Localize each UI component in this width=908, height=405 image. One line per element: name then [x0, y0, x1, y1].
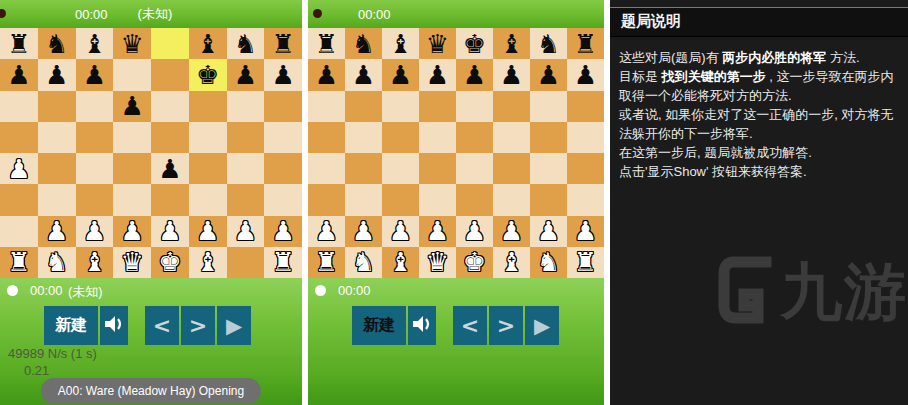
- square-a5[interactable]: [0, 122, 38, 153]
- square-f6[interactable]: [493, 91, 530, 122]
- white-pawn[interactable]: ♟: [537, 218, 560, 244]
- new-game-button[interactable]: 新建: [44, 306, 98, 345]
- square-g3[interactable]: [530, 184, 567, 215]
- square-g1[interactable]: ♞: [530, 247, 567, 278]
- square-d8[interactable]: ♛: [113, 28, 151, 59]
- white-pawn[interactable]: ♟: [271, 218, 294, 244]
- square-h2[interactable]: ♟: [264, 216, 302, 247]
- square-b1[interactable]: ♞: [345, 247, 382, 278]
- white-rook[interactable]: ♜: [574, 249, 597, 275]
- square-d2[interactable]: ♟: [419, 216, 456, 247]
- square-f2[interactable]: ♟: [189, 216, 227, 247]
- left-game-panel: 00:00 (未知) ♜♞♝♛♝♞♜♟♟♟♚♟♟♟♟♟♟♟♟♟♟♟♟♜♞♝♛♚♝…: [0, 0, 302, 405]
- sound-button[interactable]: [408, 306, 436, 345]
- white-clock: 00:00: [338, 283, 371, 298]
- square-e7[interactable]: [151, 59, 189, 90]
- left-bottom-area: 00:00 (未知) 新建 < > ▶ 49989 N/: [0, 278, 302, 405]
- white-pawn[interactable]: ♟: [83, 218, 106, 244]
- white-bishop[interactable]: ♝: [83, 249, 106, 275]
- black-king[interactable]: ♚: [463, 31, 486, 57]
- white-pawn[interactable]: ♟: [352, 218, 375, 244]
- square-c1[interactable]: ♝: [76, 247, 114, 278]
- square-e4[interactable]: ♟: [151, 153, 189, 184]
- white-pawn[interactable]: ♟: [426, 218, 449, 244]
- black-pawn[interactable]: ♟: [463, 62, 486, 88]
- square-f6[interactable]: [189, 91, 227, 122]
- square-a4[interactable]: [308, 153, 345, 184]
- square-f5[interactable]: [493, 122, 530, 153]
- square-e7[interactable]: ♟: [456, 59, 493, 90]
- square-a8[interactable]: ♜: [0, 28, 38, 59]
- square-a8[interactable]: ♜: [308, 28, 345, 59]
- white-pawn[interactable]: ♟: [158, 218, 181, 244]
- sound-button[interactable]: [100, 306, 128, 345]
- square-d6[interactable]: ♟: [113, 91, 151, 122]
- square-h6[interactable]: [264, 91, 302, 122]
- chevron-right-icon: >: [189, 313, 207, 338]
- square-c8[interactable]: ♝: [76, 28, 114, 59]
- square-c7[interactable]: ♟: [76, 59, 114, 90]
- black-pawn[interactable]: ♟: [83, 62, 106, 88]
- square-g8[interactable]: ♞: [530, 28, 567, 59]
- square-f7[interactable]: ♟: [493, 59, 530, 90]
- puzzle-info-panel: 题局说明 这些对局(题局)有 两步内必胜的将军 方法.目标是 找到关键的第一步 …: [610, 0, 908, 405]
- square-b8[interactable]: ♞: [38, 28, 76, 59]
- white-knight[interactable]: ♞: [537, 249, 560, 275]
- square-d4[interactable]: [113, 153, 151, 184]
- black-rook[interactable]: ♜: [7, 31, 30, 57]
- square-b6[interactable]: [345, 91, 382, 122]
- black-pawn[interactable]: ♟: [120, 93, 143, 119]
- square-c5[interactable]: [76, 122, 114, 153]
- middle-top-bar: 00:00: [308, 0, 604, 28]
- play-icon: ▶: [226, 314, 242, 338]
- white-knight[interactable]: ♞: [352, 249, 375, 275]
- square-a2[interactable]: [0, 216, 38, 247]
- black-pawn[interactable]: ♟: [234, 62, 257, 88]
- square-e8[interactable]: ♚: [456, 28, 493, 59]
- black-pawn[interactable]: ♟: [315, 62, 338, 88]
- chess-board-left[interactable]: ♜♞♝♛♝♞♜♟♟♟♚♟♟♟♟♟♟♟♟♟♟♟♟♜♞♝♛♚♝♜: [0, 28, 302, 278]
- square-g2[interactable]: ♟: [227, 216, 265, 247]
- square-a1[interactable]: ♜: [308, 247, 345, 278]
- play-icon: ▶: [534, 314, 550, 338]
- black-pawn[interactable]: ♟: [158, 156, 181, 182]
- black-pawn[interactable]: ♟: [7, 62, 30, 88]
- square-a6[interactable]: [308, 91, 345, 122]
- speaker-icon: [411, 314, 434, 337]
- square-c2[interactable]: ♟: [382, 216, 419, 247]
- previous-move-button[interactable]: <: [453, 306, 487, 345]
- square-b2[interactable]: ♟: [345, 216, 382, 247]
- white-clock: 00:00: [30, 283, 63, 298]
- white-king[interactable]: ♚: [463, 249, 486, 275]
- white-pawn[interactable]: ♟: [45, 218, 68, 244]
- square-f1[interactable]: ♝: [493, 247, 530, 278]
- square-f1[interactable]: ♝: [189, 247, 227, 278]
- square-c4[interactable]: [382, 153, 419, 184]
- white-pawn[interactable]: ♟: [234, 218, 257, 244]
- white-rook[interactable]: ♜: [271, 249, 294, 275]
- black-pawn[interactable]: ♟: [537, 62, 560, 88]
- white-queen[interactable]: ♛: [120, 249, 143, 275]
- black-player-status: (未知): [138, 5, 173, 23]
- square-a6[interactable]: [0, 91, 38, 122]
- square-e5[interactable]: [456, 122, 493, 153]
- chevron-left-icon: <: [461, 313, 479, 338]
- square-f8[interactable]: ♝: [189, 28, 227, 59]
- square-e2[interactable]: ♟: [456, 216, 493, 247]
- black-pawn[interactable]: ♟: [426, 62, 449, 88]
- square-f3[interactable]: [493, 184, 530, 215]
- square-c5[interactable]: [382, 122, 419, 153]
- left-bottom-bar: 00:00 (未知): [0, 282, 302, 300]
- white-pawn[interactable]: ♟: [389, 218, 412, 244]
- middle-bottom-area: 00:00 新建 < > ▶: [308, 278, 604, 405]
- black-pawn[interactable]: ♟: [389, 62, 412, 88]
- next-move-button[interactable]: >: [489, 306, 523, 345]
- square-e1[interactable]: ♚: [456, 247, 493, 278]
- black-rook[interactable]: ♜: [315, 31, 338, 57]
- square-a7[interactable]: ♟: [0, 59, 38, 90]
- new-game-button[interactable]: 新建: [352, 306, 406, 345]
- white-bishop[interactable]: ♝: [196, 249, 219, 275]
- square-d5[interactable]: [419, 122, 456, 153]
- square-c6[interactable]: [382, 91, 419, 122]
- square-h4[interactable]: [264, 153, 302, 184]
- square-a5[interactable]: [308, 122, 345, 153]
- square-c7[interactable]: ♟: [382, 59, 419, 90]
- white-bishop[interactable]: ♝: [389, 249, 412, 275]
- square-e4[interactable]: [456, 153, 493, 184]
- square-f3[interactable]: [189, 184, 227, 215]
- black-bishop[interactable]: ♝: [500, 31, 523, 57]
- previous-move-button[interactable]: <: [145, 306, 179, 345]
- black-pawn[interactable]: ♟: [352, 62, 375, 88]
- white-pawn[interactable]: ♟: [196, 218, 219, 244]
- white-pawn[interactable]: ♟: [463, 218, 486, 244]
- white-turn-indicator-dot: [7, 285, 18, 296]
- square-d7[interactable]: [113, 59, 151, 90]
- square-d8[interactable]: ♛: [419, 28, 456, 59]
- square-e8[interactable]: [151, 28, 189, 59]
- engine-speed: 49989 N/s (1 s): [8, 345, 97, 362]
- black-turn-indicator-dot: [0, 9, 6, 18]
- square-b8[interactable]: ♞: [345, 28, 382, 59]
- square-h2[interactable]: ♟: [567, 216, 604, 247]
- engine-stats: 49989 N/s (1 s) 0.21: [8, 345, 97, 379]
- next-move-button[interactable]: >: [181, 306, 215, 345]
- square-b7[interactable]: ♟: [345, 59, 382, 90]
- white-pawn[interactable]: ♟: [120, 218, 143, 244]
- square-b6[interactable]: [38, 91, 76, 122]
- square-g3[interactable]: [227, 184, 265, 215]
- square-b7[interactable]: ♟: [38, 59, 76, 90]
- square-c6[interactable]: [76, 91, 114, 122]
- square-e3[interactable]: [456, 184, 493, 215]
- black-pawn[interactable]: ♟: [500, 62, 523, 88]
- square-h3[interactable]: [567, 184, 604, 215]
- square-h8[interactable]: ♜: [264, 28, 302, 59]
- watermark-text: 九游: [780, 250, 908, 334]
- square-g8[interactable]: ♞: [227, 28, 265, 59]
- square-d2[interactable]: ♟: [113, 216, 151, 247]
- white-pawn[interactable]: ♟: [574, 218, 597, 244]
- square-c3[interactable]: [76, 184, 114, 215]
- square-h7[interactable]: ♟: [264, 59, 302, 90]
- square-c3[interactable]: [382, 184, 419, 215]
- black-pawn[interactable]: ♟: [271, 62, 294, 88]
- square-a3[interactable]: [308, 184, 345, 215]
- square-g6[interactable]: [530, 91, 567, 122]
- square-f8[interactable]: ♝: [493, 28, 530, 59]
- square-d1[interactable]: ♛: [419, 247, 456, 278]
- white-bishop[interactable]: ♝: [500, 249, 523, 275]
- square-b4[interactable]: [38, 153, 76, 184]
- square-a7[interactable]: ♟: [308, 59, 345, 90]
- square-g6[interactable]: [227, 91, 265, 122]
- square-d3[interactable]: [113, 184, 151, 215]
- black-pawn[interactable]: ♟: [45, 62, 68, 88]
- black-rook[interactable]: ♜: [271, 31, 294, 57]
- square-b5[interactable]: [345, 122, 382, 153]
- black-clock: 00:00: [358, 7, 391, 22]
- engine-eval: 0.21: [24, 362, 97, 379]
- square-e2[interactable]: ♟: [151, 216, 189, 247]
- chevron-right-icon: >: [497, 313, 515, 338]
- left-controls: 新建 < > ▶: [44, 306, 251, 345]
- square-f5[interactable]: [189, 122, 227, 153]
- black-knight[interactable]: ♞: [234, 31, 257, 57]
- square-g4[interactable]: [227, 153, 265, 184]
- square-a4[interactable]: ♟: [0, 153, 38, 184]
- square-g5[interactable]: [530, 122, 567, 153]
- square-e6[interactable]: [456, 91, 493, 122]
- square-f4[interactable]: [189, 153, 227, 184]
- square-h7[interactable]: ♟: [567, 59, 604, 90]
- square-b4[interactable]: [345, 153, 382, 184]
- chess-board-middle[interactable]: ♜♞♝♛♚♝♞♜♟♟♟♟♟♟♟♟♟♟♟♟♟♟♟♟♜♞♝♛♚♝♞♜: [308, 28, 604, 278]
- square-e6[interactable]: [151, 91, 189, 122]
- black-bishop[interactable]: ♝: [83, 31, 106, 57]
- left-top-bar: 00:00 (未知): [0, 0, 302, 28]
- square-a3[interactable]: [0, 184, 38, 215]
- square-a1[interactable]: ♜: [0, 247, 38, 278]
- square-f7[interactable]: ♚: [189, 59, 227, 90]
- square-h5[interactable]: [264, 122, 302, 153]
- square-d1[interactable]: ♛: [113, 247, 151, 278]
- black-queen[interactable]: ♛: [120, 31, 143, 57]
- white-turn-indicator-dot: [315, 285, 326, 296]
- black-knight[interactable]: ♞: [537, 31, 560, 57]
- square-d3[interactable]: [419, 184, 456, 215]
- square-f4[interactable]: [493, 153, 530, 184]
- square-b5[interactable]: [38, 122, 76, 153]
- square-c4[interactable]: [76, 153, 114, 184]
- square-h3[interactable]: [264, 184, 302, 215]
- square-f2[interactable]: ♟: [493, 216, 530, 247]
- square-g1[interactable]: [227, 247, 265, 278]
- square-b2[interactable]: ♟: [38, 216, 76, 247]
- square-e5[interactable]: [151, 122, 189, 153]
- black-clock: 00:00: [75, 7, 108, 22]
- middle-bottom-bar: 00:00: [308, 282, 604, 300]
- white-rook[interactable]: ♜: [315, 249, 338, 275]
- square-h6[interactable]: [567, 91, 604, 122]
- opening-name-pill: A00: Ware (Meadow Hay) Opening: [41, 378, 261, 404]
- speaker-icon: [103, 314, 126, 337]
- square-h1[interactable]: ♜: [264, 247, 302, 278]
- square-c2[interactable]: ♟: [76, 216, 114, 247]
- black-rook[interactable]: ♜: [574, 31, 597, 57]
- black-queen[interactable]: ♛: [426, 31, 449, 57]
- black-turn-indicator-dot: [313, 9, 322, 18]
- white-pawn[interactable]: ♟: [7, 156, 30, 182]
- black-knight[interactable]: ♞: [45, 31, 68, 57]
- square-g7[interactable]: ♟: [530, 59, 567, 90]
- chevron-left-icon: <: [153, 313, 171, 338]
- square-b1[interactable]: ♞: [38, 247, 76, 278]
- square-e3[interactable]: [151, 184, 189, 215]
- square-g2[interactable]: ♟: [530, 216, 567, 247]
- square-g4[interactable]: [530, 153, 567, 184]
- square-h5[interactable]: [567, 122, 604, 153]
- square-g7[interactable]: ♟: [227, 59, 265, 90]
- square-b3[interactable]: [38, 184, 76, 215]
- watermark-logo-icon: [714, 254, 780, 330]
- white-pawn[interactable]: ♟: [315, 218, 338, 244]
- square-e1[interactable]: ♚: [151, 247, 189, 278]
- black-king[interactable]: ♚: [196, 62, 219, 88]
- square-a2[interactable]: ♟: [308, 216, 345, 247]
- black-bishop[interactable]: ♝: [196, 31, 219, 57]
- white-queen[interactable]: ♛: [426, 249, 449, 275]
- middle-game-panel: 00:00 ♜♞♝♛♚♝♞♜♟♟♟♟♟♟♟♟♟♟♟♟♟♟♟♟♜♞♝♛♚♝♞♜ 0…: [308, 0, 604, 405]
- app-screen: 00:00 (未知) ♜♞♝♛♝♞♜♟♟♟♚♟♟♟♟♟♟♟♟♟♟♟♟♜♞♝♛♚♝…: [0, 0, 908, 405]
- middle-controls: 新建 < > ▶: [352, 306, 559, 345]
- watermark: 九游: [714, 250, 908, 334]
- info-panel-text: 这些对局(题局)有 两步内必胜的将军 方法.目标是 找到关键的第一步 , 这一步…: [610, 37, 908, 181]
- white-player-status: (未知): [68, 283, 103, 301]
- square-d7[interactable]: ♟: [419, 59, 456, 90]
- square-h8[interactable]: ♜: [567, 28, 604, 59]
- square-b3[interactable]: [345, 184, 382, 215]
- white-pawn[interactable]: ♟: [500, 218, 523, 244]
- play-button[interactable]: ▶: [525, 306, 559, 345]
- black-bishop[interactable]: ♝: [389, 31, 412, 57]
- black-pawn[interactable]: ♟: [574, 62, 597, 88]
- square-d5[interactable]: [113, 122, 151, 153]
- play-button[interactable]: ▶: [217, 306, 251, 345]
- square-h1[interactable]: ♜: [567, 247, 604, 278]
- white-knight[interactable]: ♞: [45, 249, 68, 275]
- square-c8[interactable]: ♝: [382, 28, 419, 59]
- white-king[interactable]: ♚: [158, 249, 181, 275]
- square-h4[interactable]: [567, 153, 604, 184]
- square-g5[interactable]: [227, 122, 265, 153]
- black-knight[interactable]: ♞: [352, 31, 375, 57]
- white-rook[interactable]: ♜: [7, 249, 30, 275]
- square-c1[interactable]: ♝: [382, 247, 419, 278]
- square-d4[interactable]: [419, 153, 456, 184]
- square-d6[interactable]: [419, 91, 456, 122]
- info-panel-title: 题局说明: [610, 7, 908, 37]
